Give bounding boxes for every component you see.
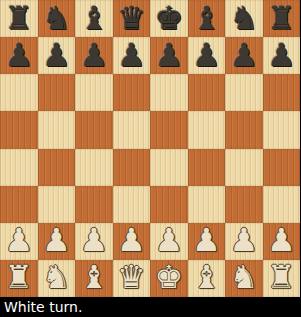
square-d6[interactable] (113, 74, 151, 111)
black-knight-icon[interactable]: ♞ (229, 2, 258, 34)
square-e5[interactable] (150, 111, 188, 148)
black-pawn-icon[interactable]: ♟ (154, 39, 183, 71)
black-bishop-icon[interactable]: ♝ (192, 2, 221, 34)
square-c5[interactable] (75, 111, 113, 148)
square-g3[interactable] (225, 186, 263, 223)
white-pawn-icon[interactable]: ♟ (79, 224, 108, 256)
square-f5[interactable] (188, 111, 226, 148)
square-a6[interactable] (0, 74, 38, 111)
white-pawn-icon[interactable]: ♟ (154, 224, 183, 256)
black-pawn-icon[interactable]: ♟ (267, 39, 296, 71)
square-b6[interactable] (38, 74, 76, 111)
square-a2[interactable]: ♟ (0, 223, 38, 260)
square-h1[interactable]: ♜ (263, 260, 301, 297)
square-h3[interactable] (263, 186, 301, 223)
square-g5[interactable] (225, 111, 263, 148)
square-b8[interactable]: ♞ (38, 0, 76, 37)
white-knight-icon[interactable]: ♞ (42, 261, 71, 293)
square-c8[interactable]: ♝ (75, 0, 113, 37)
square-d4[interactable] (113, 149, 151, 186)
black-king-icon[interactable]: ♚ (154, 2, 183, 34)
square-e1[interactable]: ♚ (150, 260, 188, 297)
square-f2[interactable]: ♟ (188, 223, 226, 260)
square-f4[interactable] (188, 149, 226, 186)
square-b7[interactable]: ♟ (38, 37, 76, 74)
square-c2[interactable]: ♟ (75, 223, 113, 260)
white-pawn-icon[interactable]: ♟ (42, 224, 71, 256)
square-e2[interactable]: ♟ (150, 223, 188, 260)
square-h7[interactable]: ♟ (263, 37, 301, 74)
square-e7[interactable]: ♟ (150, 37, 188, 74)
square-a5[interactable] (0, 111, 38, 148)
square-g8[interactable]: ♞ (225, 0, 263, 37)
white-pawn-icon[interactable]: ♟ (117, 224, 146, 256)
square-d7[interactable]: ♟ (113, 37, 151, 74)
square-a4[interactable] (0, 149, 38, 186)
white-pawn-icon[interactable]: ♟ (267, 224, 296, 256)
square-h8[interactable]: ♜ (263, 0, 301, 37)
square-a7[interactable]: ♟ (0, 37, 38, 74)
chess-app-window: ♜♞♝♛♚♝♞♜♟♟♟♟♟♟♟♟♟♟♟♟♟♟♟♟♜♞♝♛♚♝♞♜ White t… (0, 0, 300, 317)
square-g4[interactable] (225, 149, 263, 186)
square-e6[interactable] (150, 74, 188, 111)
white-knight-icon[interactable]: ♞ (229, 261, 258, 293)
square-g1[interactable]: ♞ (225, 260, 263, 297)
white-king-icon[interactable]: ♚ (154, 261, 183, 293)
square-b5[interactable] (38, 111, 76, 148)
square-c1[interactable]: ♝ (75, 260, 113, 297)
black-pawn-icon[interactable]: ♟ (42, 39, 71, 71)
black-pawn-icon[interactable]: ♟ (4, 39, 33, 71)
square-c3[interactable] (75, 186, 113, 223)
black-rook-icon[interactable]: ♜ (4, 2, 33, 34)
white-rook-icon[interactable]: ♜ (4, 261, 33, 293)
white-pawn-icon[interactable]: ♟ (192, 224, 221, 256)
white-rook-icon[interactable]: ♜ (267, 261, 296, 293)
square-h5[interactable] (263, 111, 301, 148)
square-a3[interactable] (0, 186, 38, 223)
square-b4[interactable] (38, 149, 76, 186)
white-bishop-icon[interactable]: ♝ (192, 261, 221, 293)
square-d8[interactable]: ♛ (113, 0, 151, 37)
square-f8[interactable]: ♝ (188, 0, 226, 37)
square-g6[interactable] (225, 74, 263, 111)
square-b2[interactable]: ♟ (38, 223, 76, 260)
square-b1[interactable]: ♞ (38, 260, 76, 297)
square-a1[interactable]: ♜ (0, 260, 38, 297)
white-pawn-icon[interactable]: ♟ (229, 224, 258, 256)
square-e8[interactable]: ♚ (150, 0, 188, 37)
square-e3[interactable] (150, 186, 188, 223)
square-g2[interactable]: ♟ (225, 223, 263, 260)
square-c7[interactable]: ♟ (75, 37, 113, 74)
square-c4[interactable] (75, 149, 113, 186)
square-f1[interactable]: ♝ (188, 260, 226, 297)
black-pawn-icon[interactable]: ♟ (79, 39, 108, 71)
white-queen-icon[interactable]: ♛ (117, 261, 146, 293)
square-c6[interactable] (75, 74, 113, 111)
square-d1[interactable]: ♛ (113, 260, 151, 297)
square-g7[interactable]: ♟ (225, 37, 263, 74)
black-pawn-icon[interactable]: ♟ (229, 39, 258, 71)
black-rook-icon[interactable]: ♜ (267, 2, 296, 34)
square-f3[interactable] (188, 186, 226, 223)
white-pawn-icon[interactable]: ♟ (4, 224, 33, 256)
black-bishop-icon[interactable]: ♝ (79, 2, 108, 34)
square-d2[interactable]: ♟ (113, 223, 151, 260)
black-pawn-icon[interactable]: ♟ (117, 39, 146, 71)
black-knight-icon[interactable]: ♞ (42, 2, 71, 34)
black-queen-icon[interactable]: ♛ (117, 2, 146, 34)
square-e4[interactable] (150, 149, 188, 186)
square-a8[interactable]: ♜ (0, 0, 38, 37)
white-bishop-icon[interactable]: ♝ (79, 261, 108, 293)
status-bar: White turn. (0, 297, 300, 317)
square-h6[interactable] (263, 74, 301, 111)
black-pawn-icon[interactable]: ♟ (192, 39, 221, 71)
square-f7[interactable]: ♟ (188, 37, 226, 74)
chess-board: ♜♞♝♛♚♝♞♜♟♟♟♟♟♟♟♟♟♟♟♟♟♟♟♟♜♞♝♛♚♝♞♜ (0, 0, 300, 297)
square-d5[interactable] (113, 111, 151, 148)
square-b3[interactable] (38, 186, 76, 223)
square-f6[interactable] (188, 74, 226, 111)
square-h4[interactable] (263, 149, 301, 186)
square-d3[interactable] (113, 186, 151, 223)
square-h2[interactable]: ♟ (263, 223, 301, 260)
